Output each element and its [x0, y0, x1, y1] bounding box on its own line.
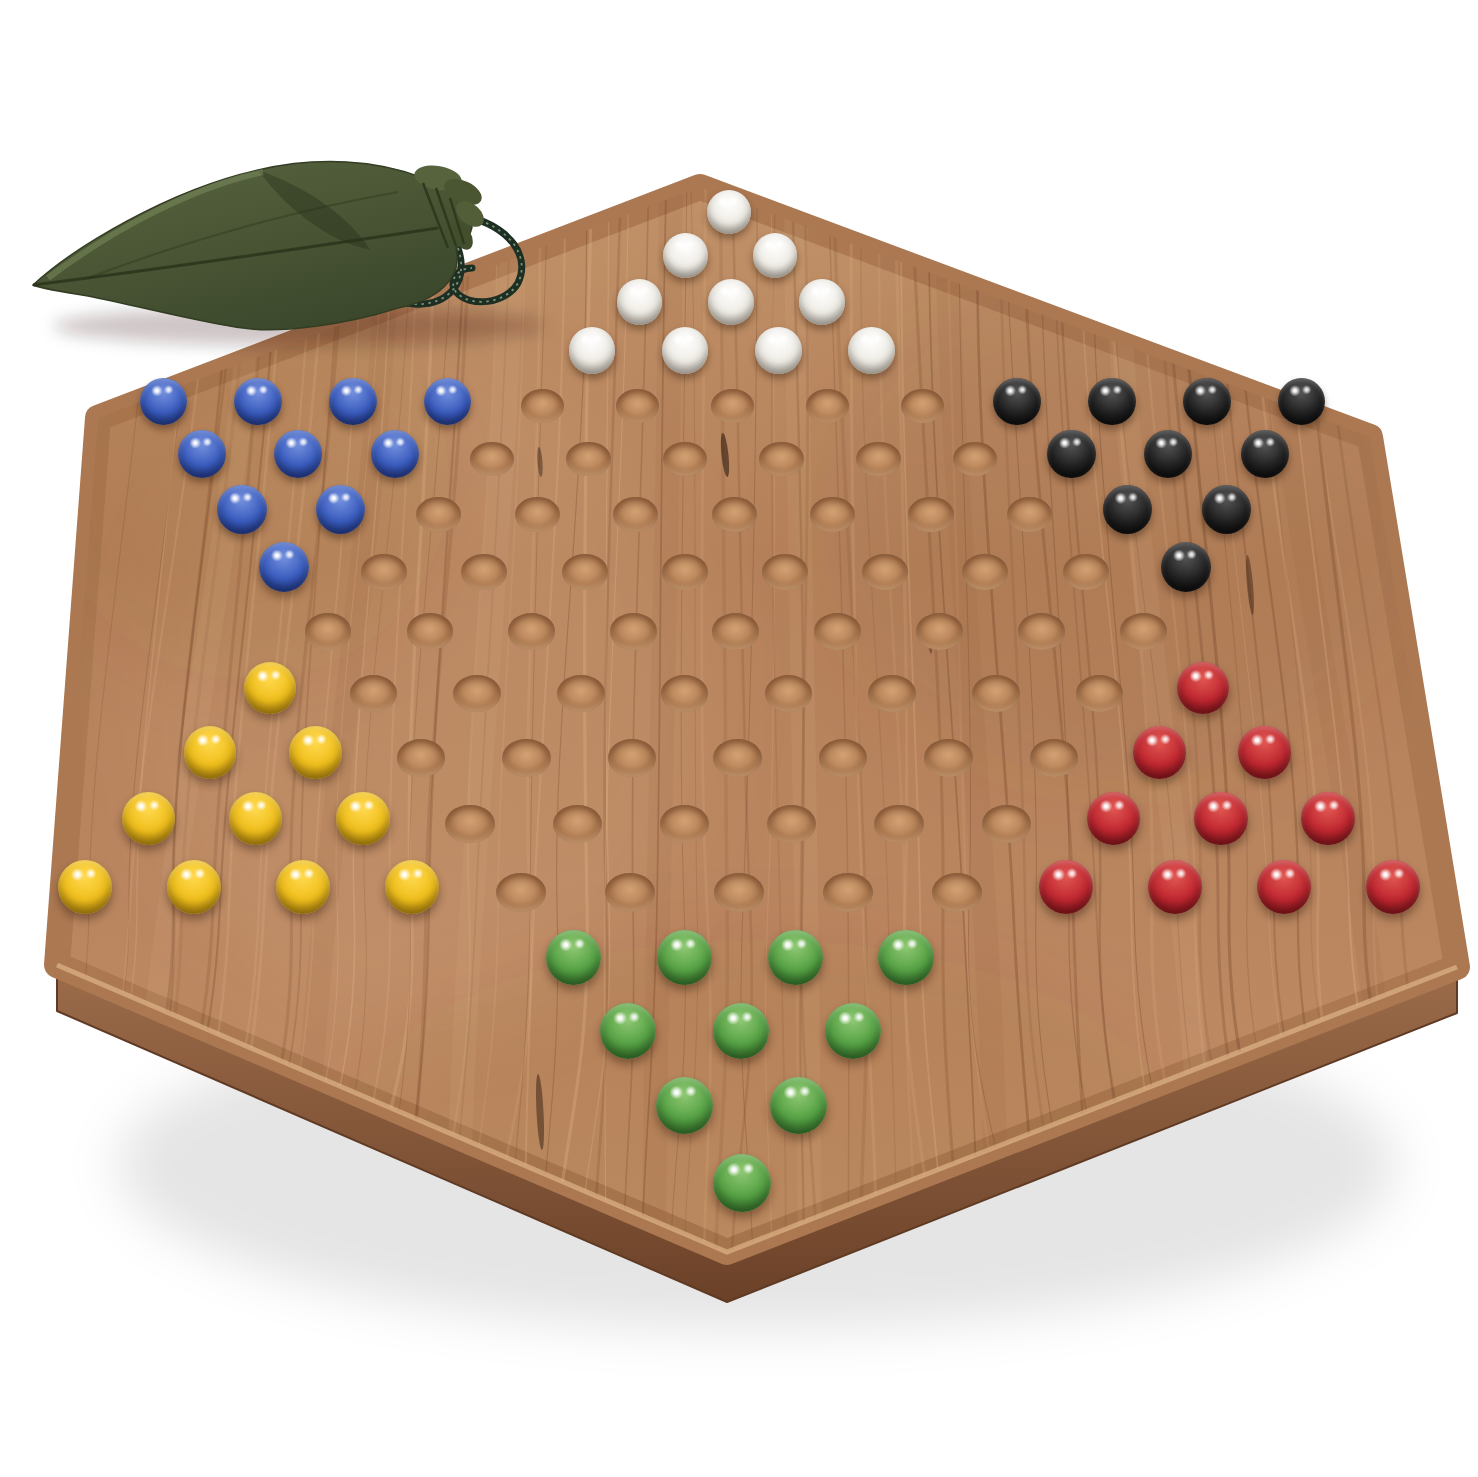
board-hole[interactable]	[711, 389, 755, 423]
board-hole[interactable]	[521, 389, 565, 423]
board-hole[interactable]	[496, 873, 546, 912]
marble-white[interactable]	[617, 279, 663, 325]
board-hole[interactable]	[765, 675, 813, 712]
marble-blue[interactable]	[329, 378, 376, 425]
marble-white[interactable]	[569, 327, 616, 374]
marble-red[interactable]	[1177, 662, 1229, 714]
board-hole[interactable]	[806, 389, 850, 423]
board-hole[interactable]	[515, 497, 560, 532]
board-hole[interactable]	[713, 739, 762, 777]
marble-yellow[interactable]	[276, 860, 331, 915]
board-hole[interactable]	[662, 554, 708, 590]
board-hole[interactable]	[1120, 613, 1167, 650]
board-hole[interactable]	[361, 554, 407, 590]
board-hole[interactable]	[712, 497, 757, 532]
marble-red[interactable]	[1238, 726, 1291, 779]
marble-blue[interactable]	[259, 542, 309, 592]
board-hole[interactable]	[557, 675, 605, 712]
board-hole[interactable]	[608, 739, 657, 777]
marble-black[interactable]	[993, 378, 1040, 425]
marble-blue[interactable]	[316, 485, 365, 534]
marble-yellow[interactable]	[336, 792, 390, 846]
marble-white[interactable]	[708, 279, 754, 325]
board-hole[interactable]	[953, 442, 998, 477]
marble-yellow[interactable]	[167, 860, 222, 915]
marble-red[interactable]	[1148, 860, 1203, 915]
marble-white[interactable]	[848, 327, 895, 374]
board-hole[interactable]	[932, 873, 982, 912]
board-hole[interactable]	[762, 554, 808, 590]
marble-red[interactable]	[1039, 860, 1094, 915]
board-hole[interactable]	[470, 442, 515, 477]
board-hole[interactable]	[908, 497, 953, 532]
marble-green[interactable]	[825, 1003, 881, 1059]
board-hole[interactable]	[810, 497, 855, 532]
board-hole[interactable]	[616, 389, 660, 423]
marble-white[interactable]	[799, 279, 845, 325]
board-hole[interactable]	[819, 739, 868, 777]
marble-green[interactable]	[768, 930, 823, 985]
marble-yellow[interactable]	[58, 860, 113, 915]
board-hole[interactable]	[407, 613, 454, 650]
board-hole[interactable]	[767, 805, 816, 844]
board-hole[interactable]	[714, 873, 764, 912]
marble-yellow[interactable]	[229, 792, 283, 846]
board-hole[interactable]	[874, 805, 923, 844]
board-hole[interactable]	[453, 675, 501, 712]
board-hole[interactable]	[962, 554, 1008, 590]
board-hole[interactable]	[661, 675, 709, 712]
marble-green[interactable]	[878, 930, 933, 985]
marble-blue[interactable]	[140, 378, 187, 425]
marble-black[interactable]	[1202, 485, 1251, 534]
marble-black[interactable]	[1241, 430, 1289, 478]
board-hole[interactable]	[1030, 739, 1079, 777]
board-hole[interactable]	[982, 805, 1031, 844]
marble-blue[interactable]	[274, 430, 322, 478]
board-hole[interactable]	[924, 739, 973, 777]
marble-green[interactable]	[770, 1077, 827, 1134]
marble-green[interactable]	[713, 1154, 771, 1212]
marble-yellow[interactable]	[289, 726, 342, 779]
marble-red[interactable]	[1194, 792, 1248, 846]
board-hole[interactable]	[901, 389, 945, 423]
board-hole[interactable]	[566, 442, 611, 477]
marble-green[interactable]	[713, 1003, 769, 1059]
board-hole[interactable]	[305, 613, 352, 650]
board-hole[interactable]	[562, 554, 608, 590]
marble-black[interactable]	[1183, 378, 1230, 425]
board-hole[interactable]	[445, 805, 494, 844]
board-hole[interactable]	[613, 497, 658, 532]
board-hole[interactable]	[508, 613, 555, 650]
marble-red[interactable]	[1366, 860, 1421, 915]
marble-white[interactable]	[755, 327, 802, 374]
board-hole[interactable]	[862, 554, 908, 590]
marble-black[interactable]	[1047, 430, 1095, 478]
marble-red[interactable]	[1301, 792, 1355, 846]
marble-red[interactable]	[1087, 792, 1141, 846]
marble-white[interactable]	[753, 233, 798, 278]
board-hole[interactable]	[759, 442, 804, 477]
board-hole[interactable]	[605, 873, 655, 912]
marble-blue[interactable]	[234, 378, 281, 425]
marble-white[interactable]	[662, 327, 709, 374]
board-hole[interactable]	[868, 675, 916, 712]
board-hole[interactable]	[461, 554, 507, 590]
drawstring-bag	[18, 128, 558, 360]
board-hole[interactable]	[502, 739, 551, 777]
product-photo-scene	[0, 0, 1478, 1477]
marble-yellow[interactable]	[244, 662, 296, 714]
marble-black[interactable]	[1161, 542, 1211, 592]
marble-white[interactable]	[663, 233, 708, 278]
marble-blue[interactable]	[217, 485, 266, 534]
marble-yellow[interactable]	[122, 792, 176, 846]
board-hole[interactable]	[610, 613, 657, 650]
board-hole[interactable]	[350, 675, 398, 712]
board-hole[interactable]	[663, 442, 708, 477]
marble-black[interactable]	[1278, 378, 1325, 425]
board-hole[interactable]	[712, 613, 759, 650]
board-hole[interactable]	[1018, 613, 1065, 650]
marble-black[interactable]	[1144, 430, 1192, 478]
marble-yellow[interactable]	[385, 860, 440, 915]
board-hole[interactable]	[972, 675, 1020, 712]
marble-black[interactable]	[1103, 485, 1152, 534]
board-hole[interactable]	[553, 805, 602, 844]
marble-blue[interactable]	[424, 378, 471, 425]
board-hole[interactable]	[814, 613, 861, 650]
marble-red[interactable]	[1133, 726, 1186, 779]
board-hole[interactable]	[397, 739, 446, 777]
board-hole[interactable]	[416, 497, 461, 532]
board-hole[interactable]	[1007, 497, 1052, 532]
marble-blue[interactable]	[178, 430, 226, 478]
marble-red[interactable]	[1257, 860, 1312, 915]
board-hole[interactable]	[916, 613, 963, 650]
board-hole[interactable]	[1063, 554, 1109, 590]
marble-green[interactable]	[546, 930, 601, 985]
marble-black[interactable]	[1088, 378, 1135, 425]
board-hole[interactable]	[823, 873, 873, 912]
marble-green[interactable]	[600, 1003, 656, 1059]
board-hole[interactable]	[856, 442, 901, 477]
board-hole[interactable]	[660, 805, 709, 844]
board-hole[interactable]	[1076, 675, 1124, 712]
marble-green[interactable]	[656, 1077, 713, 1134]
marble-yellow[interactable]	[184, 726, 237, 779]
marble-white[interactable]	[707, 190, 751, 234]
marble-green[interactable]	[657, 930, 712, 985]
marble-blue[interactable]	[371, 430, 419, 478]
